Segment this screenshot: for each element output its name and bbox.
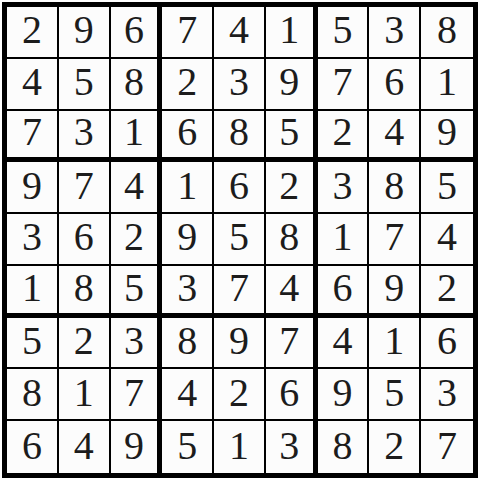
- cell-r4c6[interactable]: 2: [266, 162, 318, 214]
- cell-r9c8[interactable]: 2: [369, 421, 421, 473]
- cell-r9c6[interactable]: 3: [266, 421, 318, 473]
- cell-r9c9[interactable]: 7: [421, 421, 473, 473]
- cell-r3c3[interactable]: 1: [111, 111, 163, 163]
- cell-r4c2[interactable]: 7: [59, 162, 111, 214]
- cell-r1c8[interactable]: 3: [369, 7, 421, 59]
- cell-r7c2[interactable]: 2: [59, 318, 111, 370]
- cell-r7c9[interactable]: 6: [421, 318, 473, 370]
- cell-r1c2[interactable]: 9: [59, 7, 111, 59]
- cell-r3c5[interactable]: 8: [214, 111, 266, 163]
- cell-r8c3[interactable]: 7: [111, 369, 163, 421]
- cell-r3c8[interactable]: 4: [369, 111, 421, 163]
- cell-r8c8[interactable]: 5: [369, 369, 421, 421]
- cell-r8c7[interactable]: 9: [318, 369, 370, 421]
- cell-r8c5[interactable]: 2: [214, 369, 266, 421]
- cell-r5c1[interactable]: 3: [7, 214, 59, 266]
- cell-r1c1[interactable]: 2: [7, 7, 59, 59]
- cell-r2c5[interactable]: 3: [214, 59, 266, 111]
- cell-r5c6[interactable]: 8: [266, 214, 318, 266]
- cell-r7c6[interactable]: 7: [266, 318, 318, 370]
- cell-r9c5[interactable]: 1: [214, 421, 266, 473]
- cell-r4c7[interactable]: 3: [318, 162, 370, 214]
- cell-r5c7[interactable]: 1: [318, 214, 370, 266]
- cell-r2c1[interactable]: 4: [7, 59, 59, 111]
- cell-r6c7[interactable]: 6: [318, 266, 370, 318]
- cell-r6c2[interactable]: 8: [59, 266, 111, 318]
- cell-r5c5[interactable]: 5: [214, 214, 266, 266]
- cell-r5c3[interactable]: 2: [111, 214, 163, 266]
- cell-r1c6[interactable]: 1: [266, 7, 318, 59]
- cell-r3c6[interactable]: 5: [266, 111, 318, 163]
- cell-r2c8[interactable]: 6: [369, 59, 421, 111]
- cell-r9c2[interactable]: 4: [59, 421, 111, 473]
- cell-r8c6[interactable]: 6: [266, 369, 318, 421]
- cell-r3c2[interactable]: 3: [59, 111, 111, 163]
- cell-r4c4[interactable]: 1: [162, 162, 214, 214]
- cell-r2c3[interactable]: 8: [111, 59, 163, 111]
- cell-r9c4[interactable]: 5: [162, 421, 214, 473]
- cell-r7c5[interactable]: 9: [214, 318, 266, 370]
- sudoku-board: 2967415384582397617316852499741623853629…: [2, 2, 478, 478]
- cell-r4c8[interactable]: 8: [369, 162, 421, 214]
- cell-r8c1[interactable]: 8: [7, 369, 59, 421]
- cell-r8c9[interactable]: 3: [421, 369, 473, 421]
- cell-r5c4[interactable]: 9: [162, 214, 214, 266]
- cell-r2c7[interactable]: 7: [318, 59, 370, 111]
- cell-r4c5[interactable]: 6: [214, 162, 266, 214]
- cell-r3c1[interactable]: 7: [7, 111, 59, 163]
- cell-r6c1[interactable]: 1: [7, 266, 59, 318]
- cell-r6c6[interactable]: 4: [266, 266, 318, 318]
- cell-r2c2[interactable]: 5: [59, 59, 111, 111]
- cell-r7c1[interactable]: 5: [7, 318, 59, 370]
- cell-r5c9[interactable]: 4: [421, 214, 473, 266]
- cell-r7c7[interactable]: 4: [318, 318, 370, 370]
- cell-r1c7[interactable]: 5: [318, 7, 370, 59]
- cell-r6c4[interactable]: 3: [162, 266, 214, 318]
- cell-r8c2[interactable]: 1: [59, 369, 111, 421]
- cell-r1c9[interactable]: 8: [421, 7, 473, 59]
- cell-r7c3[interactable]: 3: [111, 318, 163, 370]
- cell-r6c9[interactable]: 2: [421, 266, 473, 318]
- cell-r1c5[interactable]: 4: [214, 7, 266, 59]
- cell-r5c8[interactable]: 7: [369, 214, 421, 266]
- cell-r7c4[interactable]: 8: [162, 318, 214, 370]
- cell-r2c9[interactable]: 1: [421, 59, 473, 111]
- cell-r4c3[interactable]: 4: [111, 162, 163, 214]
- cell-r3c9[interactable]: 9: [421, 111, 473, 163]
- cell-r4c1[interactable]: 9: [7, 162, 59, 214]
- cell-r6c5[interactable]: 7: [214, 266, 266, 318]
- cell-r4c9[interactable]: 5: [421, 162, 473, 214]
- cell-r1c4[interactable]: 7: [162, 7, 214, 59]
- cell-r7c8[interactable]: 1: [369, 318, 421, 370]
- cell-r6c3[interactable]: 5: [111, 266, 163, 318]
- cell-r9c3[interactable]: 9: [111, 421, 163, 473]
- cell-r8c4[interactable]: 4: [162, 369, 214, 421]
- cell-r9c7[interactable]: 8: [318, 421, 370, 473]
- cell-r1c3[interactable]: 6: [111, 7, 163, 59]
- cell-r5c2[interactable]: 6: [59, 214, 111, 266]
- cell-r9c1[interactable]: 6: [7, 421, 59, 473]
- cell-r3c4[interactable]: 6: [162, 111, 214, 163]
- cell-r2c4[interactable]: 2: [162, 59, 214, 111]
- cell-r6c8[interactable]: 9: [369, 266, 421, 318]
- cell-r2c6[interactable]: 9: [266, 59, 318, 111]
- cell-r3c7[interactable]: 2: [318, 111, 370, 163]
